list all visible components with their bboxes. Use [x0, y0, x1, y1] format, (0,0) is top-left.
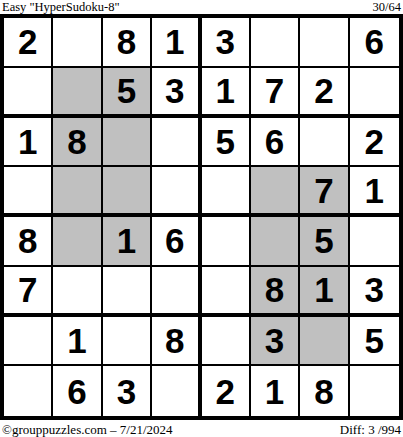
cell-r7c4-given: 8: [152, 317, 201, 367]
cell-r6c1-given: 7: [4, 267, 53, 317]
cell-r8c4-empty[interactable]: [152, 366, 201, 416]
cell-r3c3-empty[interactable]: [103, 118, 152, 168]
cell-r8c6-given: 1: [251, 366, 300, 416]
cell-r6c8-given: 3: [350, 267, 399, 317]
footer: ©grouppuzzles.com – 7/21/2024 Diff: 3 /9…: [0, 420, 403, 437]
cell-r6c2-empty[interactable]: [53, 267, 102, 317]
cell-r3c4-empty[interactable]: [152, 118, 201, 168]
cell-r6c6-given: 8: [251, 267, 300, 317]
cell-r8c5-given: 2: [202, 366, 251, 416]
cell-r3c5-given: 5: [202, 118, 251, 168]
cell-r7c2-given: 1: [53, 317, 102, 367]
cell-r5c4-given: 6: [152, 217, 201, 267]
cell-r5c1-given: 8: [4, 217, 53, 267]
header: Easy "HyperSudoku-8" 30/64: [0, 0, 403, 14]
cell-r2c2-empty[interactable]: [53, 68, 102, 118]
cell-r6c7-given: 1: [300, 267, 349, 317]
sudoku-board[interactable]: 2813653172185627181657813183563218: [0, 14, 403, 420]
cell-r4c8-given: 1: [350, 167, 399, 217]
cell-r1c8-given: 6: [350, 18, 399, 68]
cell-r4c6-empty[interactable]: [251, 167, 300, 217]
cell-r3c1-given: 1: [4, 118, 53, 168]
cell-r4c2-empty[interactable]: [53, 167, 102, 217]
cell-r2c7-given: 2: [300, 68, 349, 118]
cell-r2c4-given: 3: [152, 68, 201, 118]
cell-r5c7-given: 5: [300, 217, 349, 267]
cell-r6c3-empty[interactable]: [103, 267, 152, 317]
cell-r5c6-empty[interactable]: [251, 217, 300, 267]
cell-r6c4-empty[interactable]: [152, 267, 201, 317]
cell-r1c5-given: 3: [202, 18, 251, 68]
cell-r8c8-empty[interactable]: [350, 366, 399, 416]
cell-r3c2-given: 8: [53, 118, 102, 168]
cell-r2c5-given: 1: [202, 68, 251, 118]
cell-r7c6-given: 3: [251, 317, 300, 367]
cell-r1c4-given: 1: [152, 18, 201, 68]
cell-r7c8-given: 5: [350, 317, 399, 367]
copyright-date: ©grouppuzzles.com – 7/21/2024: [2, 422, 173, 437]
cell-r1c2-empty[interactable]: [53, 18, 102, 68]
cell-r8c2-given: 6: [53, 366, 102, 416]
cell-r2c3-given: 5: [103, 68, 152, 118]
cell-r4c5-empty[interactable]: [202, 167, 251, 217]
cell-r1c6-empty[interactable]: [251, 18, 300, 68]
cell-r7c7-empty[interactable]: [300, 317, 349, 367]
cell-r3c8-given: 2: [350, 118, 399, 168]
cell-r1c7-empty[interactable]: [300, 18, 349, 68]
cell-r4c7-given: 7: [300, 167, 349, 217]
cell-r3c7-empty[interactable]: [300, 118, 349, 168]
cell-r5c5-empty[interactable]: [202, 217, 251, 267]
cell-r8c3-given: 3: [103, 366, 152, 416]
cell-r1c3-given: 8: [103, 18, 152, 68]
cell-r4c4-empty[interactable]: [152, 167, 201, 217]
cells-to-fill-counter: 30/64: [373, 1, 401, 14]
puzzle-page: Easy "HyperSudoku-8" 30/64 2813653172185…: [0, 0, 403, 437]
cell-r2c6-given: 7: [251, 68, 300, 118]
cell-r8c1-empty[interactable]: [4, 366, 53, 416]
cell-r7c3-empty[interactable]: [103, 317, 152, 367]
puzzle-title: Easy "HyperSudoku-8": [2, 1, 119, 14]
cell-r4c1-empty[interactable]: [4, 167, 53, 217]
cell-r4c3-empty[interactable]: [103, 167, 152, 217]
cell-r3c6-given: 6: [251, 118, 300, 168]
cell-r5c8-empty[interactable]: [350, 217, 399, 267]
difficulty-label: Diff: 3 /994: [340, 422, 401, 437]
cell-r5c2-empty[interactable]: [53, 217, 102, 267]
cell-r2c1-empty[interactable]: [4, 68, 53, 118]
cell-r7c5-empty[interactable]: [202, 317, 251, 367]
cell-r1c1-given: 2: [4, 18, 53, 68]
cell-r2c8-empty[interactable]: [350, 68, 399, 118]
cell-r8c7-given: 8: [300, 366, 349, 416]
cell-r6c5-empty[interactable]: [202, 267, 251, 317]
cell-r5c3-given: 1: [103, 217, 152, 267]
cell-r7c1-empty[interactable]: [4, 317, 53, 367]
